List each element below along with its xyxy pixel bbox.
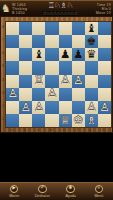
undo-icon-glyph: ↶ xyxy=(40,186,44,191)
square-e8[interactable] xyxy=(59,22,72,35)
chess-app-screen: ♞ W 1464 Thinking B 1450 ♖♘♗♘ ♜♞♟♟♟♟♟♟♞♜… xyxy=(0,0,113,200)
square-a3[interactable]: ♙ xyxy=(6,88,19,101)
square-h8[interactable] xyxy=(98,22,111,35)
white-bishop-g1[interactable]: ♗ xyxy=(86,114,96,126)
play-icon-glyph: ▶ xyxy=(12,186,16,191)
square-b8[interactable] xyxy=(19,22,32,35)
black-king-g7[interactable]: ♚ xyxy=(86,36,96,48)
square-d5[interactable] xyxy=(45,61,58,74)
square-c4[interactable]: ♖ xyxy=(32,75,45,88)
square-b2[interactable]: ♙ xyxy=(19,101,32,114)
square-e4[interactable]: ♙ xyxy=(59,75,72,88)
square-c8[interactable] xyxy=(32,22,45,35)
square-a5[interactable] xyxy=(6,61,19,74)
square-g2[interactable]: ♙ xyxy=(85,101,98,114)
square-h7[interactable] xyxy=(98,35,111,48)
right-stats-text: Time 19 Elo 0 Move 19 xyxy=(96,3,111,16)
white-king-f1[interactable]: ♔ xyxy=(73,114,83,126)
square-g4[interactable] xyxy=(85,75,98,88)
square-c2[interactable]: ♙ xyxy=(32,101,45,114)
play-icon[interactable]: ▶ xyxy=(10,185,19,194)
black-pawn-f6[interactable]: ♟ xyxy=(73,49,83,61)
square-e3[interactable] xyxy=(59,88,72,101)
square-f3[interactable] xyxy=(72,88,85,101)
rank-label-2: 2 xyxy=(1,100,5,113)
hint-icon[interactable]: ✱ xyxy=(66,185,75,194)
square-h4[interactable] xyxy=(98,75,111,88)
menu-icon[interactable]: ≡ xyxy=(95,185,104,194)
white-queen-e1[interactable]: ♕ xyxy=(60,114,70,126)
square-e7[interactable] xyxy=(59,35,72,48)
square-d3[interactable]: ♙ xyxy=(45,88,58,101)
square-f2[interactable] xyxy=(72,101,85,114)
square-f6[interactable]: ♟ xyxy=(72,48,85,61)
rank-label-6: 6 xyxy=(1,47,5,60)
button-label: Mover xyxy=(9,194,19,198)
square-a6[interactable] xyxy=(6,48,19,61)
square-e2[interactable] xyxy=(59,101,72,114)
white-pawn-f4[interactable]: ♙ xyxy=(73,75,83,87)
white-pawn-a3[interactable]: ♙ xyxy=(7,88,17,100)
top-info-bar: ♞ W 1464 Thinking B 1450 ♖♘♗♘ ♜♞♟♟♟♟♟♟♞♜… xyxy=(0,0,113,16)
square-d1[interactable] xyxy=(45,114,58,127)
square-d6[interactable] xyxy=(45,48,58,61)
bottom-toolbar: ▶Mover↶Deshacer✱Ayuda≡Menú xyxy=(0,182,113,200)
square-f1[interactable]: ♔ xyxy=(72,114,85,127)
black-pawn-e6[interactable]: ♟ xyxy=(60,49,70,61)
square-e6[interactable]: ♟ xyxy=(59,48,72,61)
chess-board[interactable]: ♝♚♝♟♟♛♖♙♙♙♙♙♙♙♙♕♔♗ xyxy=(5,21,112,128)
square-f4[interactable]: ♙ xyxy=(72,75,85,88)
square-f7[interactable] xyxy=(72,35,85,48)
square-g8[interactable]: ♝ xyxy=(85,22,98,35)
white-pawn-g2[interactable]: ♙ xyxy=(86,101,96,113)
square-e1[interactable]: ♕ xyxy=(59,114,72,127)
captured-pieces-tray: ♖♘♗♘ ♜♞♟♟♟♟♟♟♞♜ xyxy=(42,1,78,17)
square-g1[interactable]: ♗ xyxy=(85,114,98,127)
black-bishop-c6[interactable]: ♝ xyxy=(34,49,44,61)
left-stats-text: W 1464 Thinking B 1450 xyxy=(12,3,27,16)
square-d7[interactable] xyxy=(45,35,58,48)
square-a4[interactable] xyxy=(6,75,19,88)
hint-icon-glyph: ✱ xyxy=(69,186,73,191)
square-c7[interactable] xyxy=(32,35,45,48)
black-queen-g6[interactable]: ♛ xyxy=(86,49,96,61)
lower-background xyxy=(0,133,113,182)
white-pawn-e4[interactable]: ♙ xyxy=(60,75,70,87)
knight-icon: ♞ xyxy=(1,2,11,15)
square-g3[interactable] xyxy=(85,88,98,101)
undo-icon[interactable]: ↶ xyxy=(38,185,47,194)
square-b4[interactable] xyxy=(19,75,32,88)
square-h3[interactable] xyxy=(98,88,111,101)
square-h6[interactable] xyxy=(98,48,111,61)
rank-label-3: 3 xyxy=(1,87,5,100)
white-pawn-c2[interactable]: ♙ xyxy=(34,101,44,113)
square-f8[interactable] xyxy=(72,22,85,35)
square-e5[interactable] xyxy=(59,61,72,74)
square-d8[interactable] xyxy=(45,22,58,35)
square-h1[interactable] xyxy=(98,114,111,127)
square-g5[interactable] xyxy=(85,61,98,74)
square-a2[interactable] xyxy=(6,101,19,114)
square-d4[interactable] xyxy=(45,75,58,88)
square-d2[interactable] xyxy=(45,101,58,114)
square-b1[interactable] xyxy=(19,114,32,127)
square-a1[interactable] xyxy=(6,114,19,127)
men-button[interactable]: ≡Menú xyxy=(86,183,112,198)
black-bishop-g8[interactable]: ♝ xyxy=(86,23,96,35)
rank-label-8: 8 xyxy=(1,21,5,34)
square-b6[interactable] xyxy=(19,48,32,61)
white-pawn-h2[interactable]: ♙ xyxy=(99,101,109,113)
square-f5[interactable] xyxy=(72,61,85,74)
deshacer-button[interactable]: ↶Deshacer xyxy=(29,183,55,198)
rank-label-7: 7 xyxy=(1,34,5,47)
square-c5[interactable] xyxy=(32,61,45,74)
rank-label-1: 1 xyxy=(1,113,5,126)
square-g7[interactable]: ♚ xyxy=(85,35,98,48)
white-rook-c4[interactable]: ♖ xyxy=(34,75,44,87)
menu-icon-glyph: ≡ xyxy=(98,186,101,191)
square-c3[interactable] xyxy=(32,88,45,101)
button-label: Ayuda xyxy=(66,194,76,198)
rank-label-4: 4 xyxy=(1,74,5,87)
square-c1[interactable] xyxy=(32,114,45,127)
square-b5[interactable] xyxy=(19,61,32,74)
mover-button[interactable]: ▶Mover xyxy=(1,183,27,198)
white-pawn-d3[interactable]: ♙ xyxy=(47,88,57,100)
ayuda-button[interactable]: ✱Ayuda xyxy=(58,183,84,198)
square-b7[interactable] xyxy=(19,35,32,48)
square-a8[interactable] xyxy=(6,22,19,35)
square-h5[interactable] xyxy=(98,61,111,74)
square-b3[interactable] xyxy=(19,88,32,101)
board-frame: ♝♚♝♟♟♛♖♙♙♙♙♙♙♙♙♕♔♗ 87654321 abcdefgh xyxy=(0,16,113,133)
white-pawn-b2[interactable]: ♙ xyxy=(21,101,31,113)
square-c6[interactable]: ♝ xyxy=(32,48,45,61)
captured-white-pieces: ♖♘♗♘ xyxy=(42,1,78,11)
square-h2[interactable]: ♙ xyxy=(98,101,111,114)
button-label: Deshacer xyxy=(35,194,50,198)
button-label: Menú xyxy=(94,194,103,198)
square-g6[interactable]: ♛ xyxy=(85,48,98,61)
square-a7[interactable] xyxy=(6,35,19,48)
rank-label-5: 5 xyxy=(1,60,5,73)
